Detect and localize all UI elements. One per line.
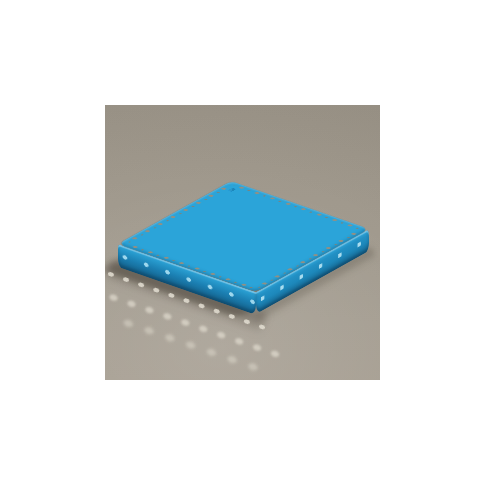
product-photo-frame	[0, 0, 485, 485]
studio-background	[105, 105, 380, 380]
